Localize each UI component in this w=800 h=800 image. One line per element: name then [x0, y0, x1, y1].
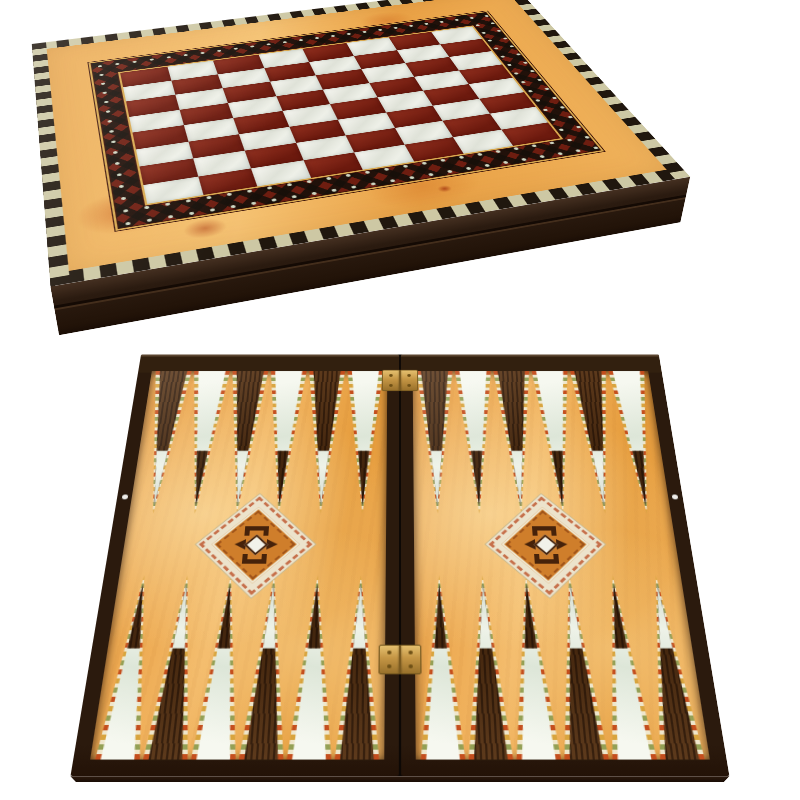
point-body [635, 575, 705, 759]
medallion-diamond-icon [533, 534, 557, 555]
medallion-hook-icon [531, 525, 556, 534]
backgammon-point-dark [548, 575, 609, 759]
point-body [592, 575, 658, 759]
point-bead-border [548, 575, 609, 759]
point-bead-border [592, 575, 658, 759]
point-bead-border [462, 575, 514, 759]
point-tip-inlay [95, 575, 165, 759]
backgammon-point-dark [238, 575, 295, 759]
backgammon-point-dark [301, 371, 346, 514]
backgammon-point-pearl [95, 575, 165, 759]
point-tip-inlay [238, 575, 295, 759]
medallion-core [501, 507, 589, 583]
point-bead-border [238, 575, 295, 759]
medallion-hook-icon [241, 553, 266, 563]
point-body [462, 575, 514, 759]
backgammon-point-dark [635, 575, 705, 759]
medallion-arrow-icon [555, 539, 567, 549]
magnet-dot-right [672, 494, 679, 499]
point-body [143, 575, 209, 759]
brass-hinge-top [382, 370, 419, 391]
point-tip-inlay [592, 575, 658, 759]
point-body [238, 575, 295, 759]
backgammon-point-pearl [342, 371, 383, 514]
point-body [418, 575, 466, 759]
point-bead-border [418, 575, 466, 759]
open-board-scene [110, 300, 690, 780]
point-body [505, 575, 562, 759]
backgammon-point-pearl [190, 575, 251, 759]
points-row-bottom [418, 575, 705, 759]
board-front-edge [70, 776, 729, 782]
point-tip-inlay [418, 575, 466, 759]
medallion-motifs [224, 519, 286, 569]
medallion-hook-icon [534, 553, 559, 563]
medallion-arrow-icon [233, 539, 245, 549]
brass-hinge-bottom [378, 645, 421, 675]
point-bead-border [190, 575, 251, 759]
playing-field-left [90, 371, 387, 759]
backgammon-point-pearl [592, 575, 658, 759]
points-row-top [133, 371, 384, 514]
backgammon-point-dark [462, 575, 514, 759]
medallion-diamond-icon [243, 534, 267, 555]
closed-box-scene [50, 0, 610, 326]
point-tip-inlay [548, 575, 609, 759]
point-tip-inlay [334, 575, 382, 759]
point-body [95, 575, 165, 759]
point-bead-border [505, 575, 562, 759]
medallion-center-row [233, 537, 277, 552]
board-surface [70, 354, 729, 776]
product-photo-stage [0, 0, 800, 800]
points-row-bottom [95, 575, 382, 759]
board-half-right [401, 354, 730, 776]
medallion-arrow-icon [265, 539, 277, 549]
backgammon-point-dark [143, 575, 209, 759]
point-bead-border [286, 575, 338, 759]
backgammon-point-dark [334, 575, 382, 759]
point-tip-inlay [635, 575, 705, 759]
point-body [190, 575, 251, 759]
point-body [548, 575, 609, 759]
playing-field-right [413, 371, 710, 759]
point-bead-border [95, 575, 165, 759]
backgammon-point-dark [416, 371, 457, 514]
backgammon-point-pearl [505, 575, 562, 759]
point-bead-border [334, 575, 382, 759]
points-row-top [416, 371, 667, 514]
point-body [286, 575, 338, 759]
backgammon-point-pearl [455, 371, 500, 514]
point-tip-inlay [462, 575, 514, 759]
backgammon-point-pearl [286, 575, 338, 759]
medallion-core [211, 507, 299, 583]
point-bead-border [635, 575, 705, 759]
medallion-arrow-icon [523, 539, 535, 549]
point-tip-inlay [505, 575, 562, 759]
point-body [334, 575, 382, 759]
point-tip-inlay [190, 575, 251, 759]
board-half-left [70, 354, 399, 776]
point-bead-border [143, 575, 209, 759]
open-backgammon-board [70, 354, 729, 776]
backgammon-point-pearl [418, 575, 466, 759]
point-tip-inlay [143, 575, 209, 759]
point-tip-inlay [286, 575, 338, 759]
medallion-center-row [523, 537, 567, 552]
closed-box [35, 4, 685, 312]
medallion-motifs [514, 519, 576, 569]
